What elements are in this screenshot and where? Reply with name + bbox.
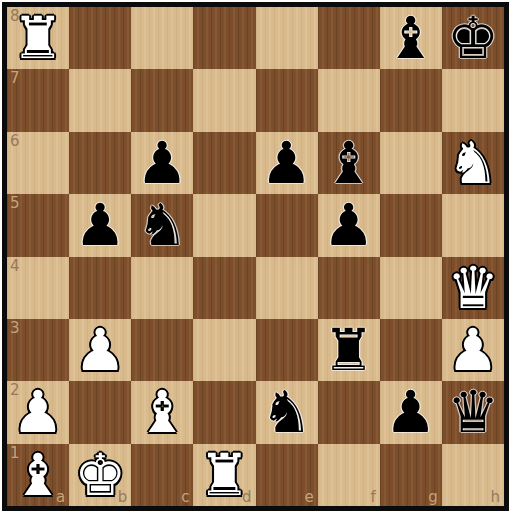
white-bishop[interactable]: ♝ xyxy=(136,381,188,443)
square-e6[interactable]: ♟ xyxy=(256,132,318,194)
square-b6[interactable] xyxy=(69,132,131,194)
file-label-e: e xyxy=(304,488,313,506)
square-g2[interactable]: ♟ xyxy=(380,381,442,443)
white-rook[interactable]: ♜ xyxy=(12,7,64,69)
square-g7[interactable] xyxy=(380,69,442,131)
square-g3[interactable] xyxy=(380,319,442,381)
black-bishop[interactable]: ♝ xyxy=(385,7,437,69)
chess-app-window: 8♜♝♚76♟♟♝♞5♟♞♟4♛3♟♜♟2♟♝♞♟♛1a♝b♚cd♜efgh xyxy=(0,0,511,513)
square-c2[interactable]: ♝ xyxy=(131,381,193,443)
square-d5[interactable] xyxy=(193,194,255,256)
white-pawn[interactable]: ♟ xyxy=(12,381,64,443)
square-f3[interactable]: ♜ xyxy=(318,319,380,381)
chess-board[interactable]: 8♜♝♚76♟♟♝♞5♟♞♟4♛3♟♜♟2♟♝♞♟♛1a♝b♚cd♜efgh xyxy=(7,7,504,506)
square-c6[interactable]: ♟ xyxy=(131,132,193,194)
square-g5[interactable] xyxy=(380,194,442,256)
rank-label-4: 4 xyxy=(10,257,20,275)
file-label-h: h xyxy=(490,488,500,506)
black-rook[interactable]: ♜ xyxy=(323,319,375,381)
square-a6[interactable]: 6 xyxy=(7,132,69,194)
file-label-c: c xyxy=(181,488,189,506)
black-knight[interactable]: ♞ xyxy=(261,381,313,443)
square-h2[interactable]: ♛ xyxy=(442,381,504,443)
square-d4[interactable] xyxy=(193,257,255,319)
square-c4[interactable] xyxy=(131,257,193,319)
square-f1[interactable]: f xyxy=(318,444,380,506)
white-knight[interactable]: ♞ xyxy=(447,132,499,194)
square-g1[interactable]: g xyxy=(380,444,442,506)
rank-label-3: 3 xyxy=(10,319,20,337)
square-c1[interactable]: c xyxy=(131,444,193,506)
square-c5[interactable]: ♞ xyxy=(131,194,193,256)
white-rook[interactable]: ♜ xyxy=(198,444,250,506)
square-e2[interactable]: ♞ xyxy=(256,381,318,443)
square-e5[interactable] xyxy=(256,194,318,256)
square-e8[interactable] xyxy=(256,7,318,69)
square-d6[interactable] xyxy=(193,132,255,194)
square-g8[interactable]: ♝ xyxy=(380,7,442,69)
square-b4[interactable] xyxy=(69,257,131,319)
rank-label-7: 7 xyxy=(10,69,20,87)
black-pawn[interactable]: ♟ xyxy=(261,132,313,194)
square-h1[interactable]: h xyxy=(442,444,504,506)
square-f4[interactable] xyxy=(318,257,380,319)
square-e1[interactable]: e xyxy=(256,444,318,506)
square-c3[interactable] xyxy=(131,319,193,381)
square-d1[interactable]: d♜ xyxy=(193,444,255,506)
rank-label-5: 5 xyxy=(10,194,20,212)
square-g4[interactable] xyxy=(380,257,442,319)
white-queen[interactable]: ♛ xyxy=(447,257,499,319)
black-pawn[interactable]: ♟ xyxy=(385,381,437,443)
square-a5[interactable]: 5 xyxy=(7,194,69,256)
black-bishop[interactable]: ♝ xyxy=(323,132,375,194)
white-bishop[interactable]: ♝ xyxy=(12,444,64,506)
square-e4[interactable] xyxy=(256,257,318,319)
square-a1[interactable]: 1a♝ xyxy=(7,444,69,506)
square-b3[interactable]: ♟ xyxy=(69,319,131,381)
square-b1[interactable]: b♚ xyxy=(69,444,131,506)
square-a3[interactable]: 3 xyxy=(7,319,69,381)
square-f2[interactable] xyxy=(318,381,380,443)
file-label-f: f xyxy=(370,488,375,506)
white-king[interactable]: ♚ xyxy=(74,444,126,506)
square-h8[interactable]: ♚ xyxy=(442,7,504,69)
white-pawn[interactable]: ♟ xyxy=(447,319,499,381)
square-h6[interactable]: ♞ xyxy=(442,132,504,194)
black-pawn[interactable]: ♟ xyxy=(323,194,375,256)
square-b5[interactable]: ♟ xyxy=(69,194,131,256)
square-a2[interactable]: 2♟ xyxy=(7,381,69,443)
square-d2[interactable] xyxy=(193,381,255,443)
square-h7[interactable] xyxy=(442,69,504,131)
square-d8[interactable] xyxy=(193,7,255,69)
square-f8[interactable] xyxy=(318,7,380,69)
square-f6[interactable]: ♝ xyxy=(318,132,380,194)
square-d7[interactable] xyxy=(193,69,255,131)
square-a7[interactable]: 7 xyxy=(7,69,69,131)
square-e7[interactable] xyxy=(256,69,318,131)
square-c8[interactable] xyxy=(131,7,193,69)
black-knight[interactable]: ♞ xyxy=(136,194,188,256)
square-f7[interactable] xyxy=(318,69,380,131)
square-h3[interactable]: ♟ xyxy=(442,319,504,381)
square-b7[interactable] xyxy=(69,69,131,131)
square-a4[interactable]: 4 xyxy=(7,257,69,319)
square-a8[interactable]: 8♜ xyxy=(7,7,69,69)
black-king[interactable]: ♚ xyxy=(447,7,499,69)
square-b8[interactable] xyxy=(69,7,131,69)
square-e3[interactable] xyxy=(256,319,318,381)
file-label-g: g xyxy=(428,488,438,506)
rank-label-6: 6 xyxy=(10,132,20,150)
square-b2[interactable] xyxy=(69,381,131,443)
square-g6[interactable] xyxy=(380,132,442,194)
black-pawn[interactable]: ♟ xyxy=(74,194,126,256)
black-queen[interactable]: ♛ xyxy=(447,381,499,443)
square-h4[interactable]: ♛ xyxy=(442,257,504,319)
white-pawn[interactable]: ♟ xyxy=(74,319,126,381)
square-c7[interactable] xyxy=(131,69,193,131)
square-f5[interactable]: ♟ xyxy=(318,194,380,256)
black-pawn[interactable]: ♟ xyxy=(136,132,188,194)
square-d3[interactable] xyxy=(193,319,255,381)
board-frame: 8♜♝♚76♟♟♝♞5♟♞♟4♛3♟♜♟2♟♝♞♟♛1a♝b♚cd♜efgh xyxy=(2,2,509,511)
square-h5[interactable] xyxy=(442,194,504,256)
